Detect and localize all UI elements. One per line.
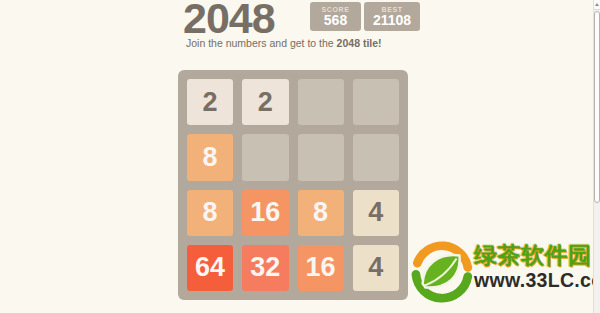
tile-64: 64 [187,245,233,291]
tile-32: 32 [242,245,288,291]
tile-2: 2 [242,79,288,125]
subtitle: Join the numbers and get to the 2048 til… [186,37,382,49]
tile-2: 2 [187,79,233,125]
watermark-url: www.33LC.com [474,269,600,292]
watermark: 绿茶软件园 www.33LC.com [408,238,600,304]
tile-16: 16 [298,245,344,291]
tile-4: 4 [353,245,399,291]
scrollbar[interactable] [593,0,600,313]
empty-cell [298,79,344,125]
best-value: 21108 [373,13,411,28]
best-box: BEST 21108 [364,2,420,31]
green-tea-logo-icon [410,240,474,304]
score-box: SCORE 568 [310,2,361,31]
score-panel: SCORE 568 BEST 21108 [310,2,420,31]
tile-8: 8 [187,190,233,236]
page-title: 2048 [183,0,275,40]
subtitle-text: Join the numbers and get to the [186,37,337,49]
empty-cell [242,134,288,180]
scrollbar-thumb[interactable] [594,11,600,203]
empty-cell [353,134,399,180]
empty-cell [353,79,399,125]
watermark-brand: 绿茶软件园 [474,242,600,269]
scroll-up-button[interactable] [594,0,600,10]
tile-4: 4 [353,190,399,236]
board: 228816846432164 [178,70,408,300]
watermark-text: 绿茶软件园 www.33LC.com [474,242,600,292]
empty-cell [298,134,344,180]
tile-8: 8 [298,190,344,236]
tile-16: 16 [242,190,288,236]
subtitle-highlight: 2048 tile! [337,37,382,49]
arrow-up-icon [595,3,599,6]
tile-8: 8 [187,134,233,180]
score-value: 568 [319,13,352,28]
2048-game-screen: 2048 SCORE 568 BEST 21108 Join the numbe… [0,0,600,313]
